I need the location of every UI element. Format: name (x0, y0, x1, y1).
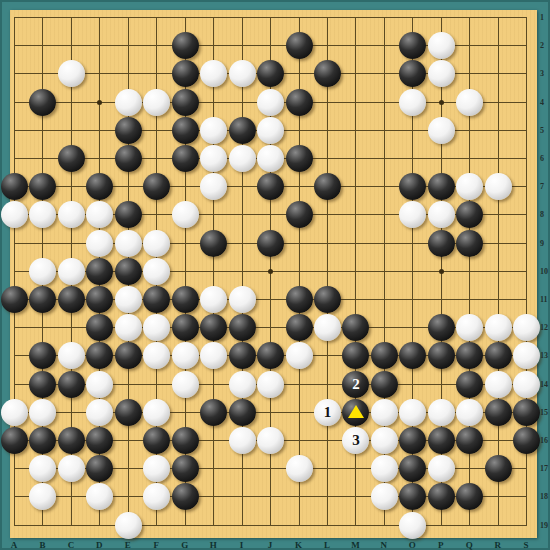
coordinate-number-7: 7 (540, 182, 544, 191)
white-stone-M16[interactable]: 3 (342, 427, 369, 454)
coordinate-number-12: 12 (540, 323, 548, 332)
black-stone-M14[interactable]: 2 (342, 371, 369, 398)
coordinate-number-15: 15 (540, 407, 548, 416)
black-stone-M12[interactable] (342, 314, 369, 341)
white-stone-D8[interactable] (86, 201, 113, 228)
black-stone-L7[interactable] (314, 173, 341, 200)
coordinate-letter-H: H (210, 540, 217, 550)
white-stone-F4[interactable] (143, 89, 170, 116)
black-stone-M15[interactable] (342, 399, 369, 426)
white-stone-B8[interactable] (29, 201, 56, 228)
white-stone-J4[interactable] (257, 89, 284, 116)
black-stone-I12[interactable] (229, 314, 256, 341)
black-stone-O18[interactable] (399, 483, 426, 510)
white-stone-P8[interactable] (428, 201, 455, 228)
black-stone-J9[interactable] (257, 230, 284, 257)
white-stone-O4[interactable] (399, 89, 426, 116)
coordinate-number-4: 4 (540, 97, 544, 106)
black-stone-D12[interactable] (86, 314, 113, 341)
black-stone-H15[interactable] (200, 399, 227, 426)
black-stone-B14[interactable] (29, 371, 56, 398)
black-stone-G17[interactable] (172, 455, 199, 482)
white-stone-F18[interactable] (143, 483, 170, 510)
white-stone-B15[interactable] (29, 399, 56, 426)
white-stone-F15[interactable] (143, 399, 170, 426)
black-stone-N13[interactable] (371, 342, 398, 369)
white-stone-G13[interactable] (172, 342, 199, 369)
go-app-window: 213 ABCDEFGHIJKLMNOPQRS12345678910111213… (0, 0, 550, 550)
coordinate-number-19: 19 (540, 520, 548, 529)
white-stone-I14[interactable] (229, 371, 256, 398)
black-stone-G18[interactable] (172, 483, 199, 510)
black-stone-I15[interactable] (229, 399, 256, 426)
black-stone-D11[interactable] (86, 286, 113, 313)
black-stone-Q8[interactable] (456, 201, 483, 228)
black-stone-B11[interactable] (29, 286, 56, 313)
black-stone-O7[interactable] (399, 173, 426, 200)
white-stone-P3[interactable] (428, 60, 455, 87)
white-stone-H5[interactable] (200, 117, 227, 144)
black-stone-B16[interactable] (29, 427, 56, 454)
white-stone-P17[interactable] (428, 455, 455, 482)
coordinate-letter-G: G (181, 540, 188, 550)
hoshi-point (97, 100, 102, 105)
black-stone-H12[interactable] (200, 314, 227, 341)
white-stone-F13[interactable] (143, 342, 170, 369)
coordinate-letter-S: S (524, 540, 529, 550)
black-stone-L11[interactable] (314, 286, 341, 313)
black-stone-K12[interactable] (286, 314, 313, 341)
white-stone-P15[interactable] (428, 399, 455, 426)
coordinate-number-16: 16 (540, 436, 548, 445)
coordinate-number-3: 3 (540, 69, 544, 78)
white-stone-Q4[interactable] (456, 89, 483, 116)
white-stone-S13[interactable] (513, 342, 540, 369)
black-stone-K2[interactable] (286, 32, 313, 59)
black-stone-R13[interactable] (485, 342, 512, 369)
black-stone-P7[interactable] (428, 173, 455, 200)
white-stone-E4[interactable] (115, 89, 142, 116)
white-stone-D9[interactable] (86, 230, 113, 257)
white-stone-A15[interactable] (1, 399, 28, 426)
black-stone-G2[interactable] (172, 32, 199, 59)
coordinate-number-11: 11 (540, 295, 548, 304)
white-stone-D14[interactable] (86, 371, 113, 398)
white-stone-N17[interactable] (371, 455, 398, 482)
white-stone-J6[interactable] (257, 145, 284, 172)
black-stone-C16[interactable] (58, 427, 85, 454)
black-stone-C6[interactable] (58, 145, 85, 172)
black-stone-F11[interactable] (143, 286, 170, 313)
black-stone-K4[interactable] (286, 89, 313, 116)
coordinate-letter-N: N (381, 540, 388, 550)
white-stone-G14[interactable] (172, 371, 199, 398)
coordinate-letter-K: K (295, 540, 302, 550)
white-stone-C10[interactable] (58, 258, 85, 285)
white-stone-Q15[interactable] (456, 399, 483, 426)
white-stone-I16[interactable] (229, 427, 256, 454)
black-stone-N14[interactable] (371, 371, 398, 398)
white-stone-N18[interactable] (371, 483, 398, 510)
black-stone-E10[interactable] (115, 258, 142, 285)
white-stone-H6[interactable] (200, 145, 227, 172)
white-stone-O19[interactable] (399, 512, 426, 539)
white-stone-P5[interactable] (428, 117, 455, 144)
black-stone-Q18[interactable] (456, 483, 483, 510)
white-stone-F17[interactable] (143, 455, 170, 482)
black-stone-I5[interactable] (229, 117, 256, 144)
white-stone-F9[interactable] (143, 230, 170, 257)
black-stone-I13[interactable] (229, 342, 256, 369)
black-stone-B4[interactable] (29, 89, 56, 116)
coordinate-number-8: 8 (540, 210, 544, 219)
white-stone-R14[interactable] (485, 371, 512, 398)
black-stone-Q16[interactable] (456, 427, 483, 454)
coordinate-number-13: 13 (540, 351, 548, 360)
black-stone-J3[interactable] (257, 60, 284, 87)
coordinate-letter-L: L (324, 540, 330, 550)
black-stone-F16[interactable] (143, 427, 170, 454)
black-stone-G5[interactable] (172, 117, 199, 144)
white-stone-I3[interactable] (229, 60, 256, 87)
black-stone-O16[interactable] (399, 427, 426, 454)
black-stone-G11[interactable] (172, 286, 199, 313)
black-stone-Q14[interactable] (456, 371, 483, 398)
black-stone-A7[interactable] (1, 173, 28, 200)
black-stone-F7[interactable] (143, 173, 170, 200)
black-stone-D16[interactable] (86, 427, 113, 454)
white-stone-H11[interactable] (200, 286, 227, 313)
black-stone-O3[interactable] (399, 60, 426, 87)
grid-line-horizontal (14, 525, 527, 526)
black-stone-E15[interactable] (115, 399, 142, 426)
white-stone-D18[interactable] (86, 483, 113, 510)
white-stone-I6[interactable] (229, 145, 256, 172)
coordinate-letter-C: C (68, 540, 75, 550)
black-stone-K11[interactable] (286, 286, 313, 313)
move-number-label: 1 (324, 405, 332, 420)
white-stone-A8[interactable] (1, 201, 28, 228)
black-stone-K6[interactable] (286, 145, 313, 172)
white-stone-B10[interactable] (29, 258, 56, 285)
white-stone-C13[interactable] (58, 342, 85, 369)
coordinate-letter-P: P (438, 540, 444, 550)
black-stone-E6[interactable] (115, 145, 142, 172)
black-stone-B7[interactable] (29, 173, 56, 200)
hoshi-point (439, 269, 444, 274)
white-stone-F12[interactable] (143, 314, 170, 341)
black-stone-P12[interactable] (428, 314, 455, 341)
coordinate-letter-J: J (268, 540, 273, 550)
triangle-marker-icon (348, 405, 364, 418)
black-stone-H9[interactable] (200, 230, 227, 257)
white-stone-R12[interactable] (485, 314, 512, 341)
white-stone-N16[interactable] (371, 427, 398, 454)
white-stone-R7[interactable] (485, 173, 512, 200)
white-stone-N15[interactable] (371, 399, 398, 426)
white-stone-P2[interactable] (428, 32, 455, 59)
white-stone-G8[interactable] (172, 201, 199, 228)
black-stone-L3[interactable] (314, 60, 341, 87)
coordinate-number-9: 9 (540, 238, 544, 247)
black-stone-G3[interactable] (172, 60, 199, 87)
black-stone-J7[interactable] (257, 173, 284, 200)
white-stone-S12[interactable] (513, 314, 540, 341)
coordinate-number-17: 17 (540, 464, 548, 473)
black-stone-P18[interactable] (428, 483, 455, 510)
white-stone-C8[interactable] (58, 201, 85, 228)
coordinate-letter-O: O (409, 540, 416, 550)
black-stone-E5[interactable] (115, 117, 142, 144)
black-stone-G4[interactable] (172, 89, 199, 116)
black-stone-G16[interactable] (172, 427, 199, 454)
hoshi-point (439, 100, 444, 105)
white-stone-O8[interactable] (399, 201, 426, 228)
black-stone-C11[interactable] (58, 286, 85, 313)
white-stone-E9[interactable] (115, 230, 142, 257)
white-stone-K13[interactable] (286, 342, 313, 369)
white-stone-E11[interactable] (115, 286, 142, 313)
move-number-label: 2 (352, 377, 360, 392)
hoshi-point (268, 269, 273, 274)
black-stone-S15[interactable] (513, 399, 540, 426)
white-stone-J14[interactable] (257, 371, 284, 398)
coordinate-letter-D: D (96, 540, 103, 550)
black-stone-D10[interactable] (86, 258, 113, 285)
black-stone-R17[interactable] (485, 455, 512, 482)
coordinate-letter-E: E (125, 540, 131, 550)
white-stone-D15[interactable] (86, 399, 113, 426)
grid-line-vertical (498, 17, 499, 526)
grid-line-vertical (327, 17, 328, 526)
white-stone-L12[interactable] (314, 314, 341, 341)
black-stone-D13[interactable] (86, 342, 113, 369)
coordinate-number-2: 2 (540, 41, 544, 50)
black-stone-B13[interactable] (29, 342, 56, 369)
coordinate-number-14: 14 (540, 379, 548, 388)
black-stone-J13[interactable] (257, 342, 284, 369)
white-stone-Q7[interactable] (456, 173, 483, 200)
coordinate-letter-A: A (11, 540, 18, 550)
white-stone-E12[interactable] (115, 314, 142, 341)
black-stone-S16[interactable] (513, 427, 540, 454)
go-board[interactable]: 213 (10, 10, 537, 538)
white-stone-F10[interactable] (143, 258, 170, 285)
black-stone-D7[interactable] (86, 173, 113, 200)
white-stone-L15[interactable]: 1 (314, 399, 341, 426)
black-stone-G6[interactable] (172, 145, 199, 172)
coordinate-letter-R: R (494, 540, 501, 550)
white-stone-Q12[interactable] (456, 314, 483, 341)
black-stone-D17[interactable] (86, 455, 113, 482)
black-stone-M13[interactable] (342, 342, 369, 369)
white-stone-J5[interactable] (257, 117, 284, 144)
white-stone-O15[interactable] (399, 399, 426, 426)
coordinate-number-6: 6 (540, 154, 544, 163)
white-stone-B17[interactable] (29, 455, 56, 482)
coordinate-letter-B: B (39, 540, 45, 550)
coordinate-letter-I: I (240, 540, 244, 550)
white-stone-K17[interactable] (286, 455, 313, 482)
white-stone-C17[interactable] (58, 455, 85, 482)
black-stone-P13[interactable] (428, 342, 455, 369)
black-stone-O2[interactable] (399, 32, 426, 59)
coordinate-letter-F: F (154, 540, 160, 550)
black-stone-P9[interactable] (428, 230, 455, 257)
white-stone-H13[interactable] (200, 342, 227, 369)
coordinate-number-10: 10 (540, 266, 548, 275)
black-stone-A11[interactable] (1, 286, 28, 313)
white-stone-I11[interactable] (229, 286, 256, 313)
black-stone-K8[interactable] (286, 201, 313, 228)
coordinate-number-5: 5 (540, 125, 544, 134)
white-stone-H7[interactable] (200, 173, 227, 200)
black-stone-O13[interactable] (399, 342, 426, 369)
white-stone-B18[interactable] (29, 483, 56, 510)
white-stone-H3[interactable] (200, 60, 227, 87)
move-number-label: 3 (352, 433, 360, 448)
black-stone-E13[interactable] (115, 342, 142, 369)
black-stone-Q13[interactable] (456, 342, 483, 369)
black-stone-P16[interactable] (428, 427, 455, 454)
black-stone-Q9[interactable] (456, 230, 483, 257)
white-stone-J16[interactable] (257, 427, 284, 454)
black-stone-G12[interactable] (172, 314, 199, 341)
black-stone-A16[interactable] (1, 427, 28, 454)
black-stone-E8[interactable] (115, 201, 142, 228)
black-stone-R15[interactable] (485, 399, 512, 426)
white-stone-C3[interactable] (58, 60, 85, 87)
white-stone-E19[interactable] (115, 512, 142, 539)
coordinate-number-1: 1 (540, 13, 544, 22)
white-stone-S14[interactable] (513, 371, 540, 398)
coordinate-letter-Q: Q (466, 540, 473, 550)
black-stone-C14[interactable] (58, 371, 85, 398)
black-stone-O17[interactable] (399, 455, 426, 482)
coordinate-number-18: 18 (540, 492, 548, 501)
coordinate-letter-M: M (351, 540, 360, 550)
